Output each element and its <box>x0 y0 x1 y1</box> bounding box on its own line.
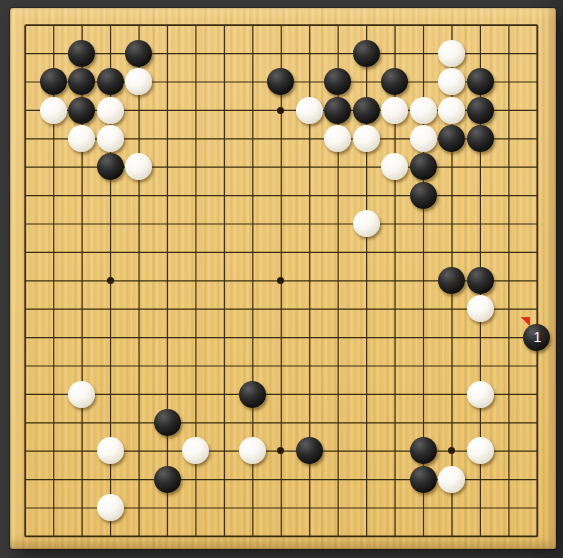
black-stone <box>154 466 181 493</box>
star-point <box>448 447 455 454</box>
white-stone <box>97 494 124 521</box>
go-board[interactable]: 1 <box>10 8 556 549</box>
black-stone <box>467 97 494 124</box>
white-stone <box>381 153 408 180</box>
white-stone <box>438 97 465 124</box>
go-app-background: 1 <box>0 0 563 558</box>
white-stone <box>239 437 266 464</box>
last-move-stone: 1 <box>523 324 550 351</box>
black-stone <box>125 40 152 67</box>
white-stone <box>353 125 380 152</box>
white-stone <box>68 125 95 152</box>
black-stone <box>296 437 323 464</box>
white-stone <box>40 97 67 124</box>
white-stone <box>438 40 465 67</box>
board-cells[interactable]: 1 <box>11 11 552 551</box>
white-stone <box>68 381 95 408</box>
white-stone <box>296 97 323 124</box>
black-stone <box>410 182 437 209</box>
black-stone <box>438 267 465 294</box>
white-stone <box>125 153 152 180</box>
black-stone <box>68 40 95 67</box>
black-stone <box>239 381 266 408</box>
black-stone <box>438 125 465 152</box>
black-stone <box>68 97 95 124</box>
black-stone <box>381 68 408 95</box>
white-stone <box>438 68 465 95</box>
white-stone <box>410 97 437 124</box>
black-stone <box>467 125 494 152</box>
black-stone <box>353 40 380 67</box>
black-stone <box>97 153 124 180</box>
black-stone <box>324 68 351 95</box>
black-stone <box>40 68 67 95</box>
white-stone <box>467 295 494 322</box>
star-point <box>277 107 284 114</box>
black-stone <box>97 68 124 95</box>
black-stone <box>154 409 181 436</box>
black-stone <box>410 153 437 180</box>
black-stone <box>267 68 294 95</box>
white-stone <box>182 437 209 464</box>
white-stone <box>438 466 465 493</box>
black-stone <box>410 466 437 493</box>
star-point <box>107 277 114 284</box>
star-point <box>277 447 284 454</box>
black-stone <box>467 267 494 294</box>
white-stone <box>97 437 124 464</box>
black-stone <box>467 68 494 95</box>
white-stone <box>467 381 494 408</box>
white-stone <box>125 68 152 95</box>
black-stone <box>410 437 437 464</box>
black-stone <box>324 97 351 124</box>
white-stone <box>353 210 380 237</box>
white-stone <box>97 125 124 152</box>
black-stone <box>353 97 380 124</box>
white-stone <box>410 125 437 152</box>
white-stone <box>381 97 408 124</box>
white-stone <box>467 437 494 464</box>
black-stone <box>68 68 95 95</box>
white-stone <box>324 125 351 152</box>
white-stone <box>97 97 124 124</box>
move-number-label: 1 <box>523 324 550 351</box>
star-point <box>277 277 284 284</box>
